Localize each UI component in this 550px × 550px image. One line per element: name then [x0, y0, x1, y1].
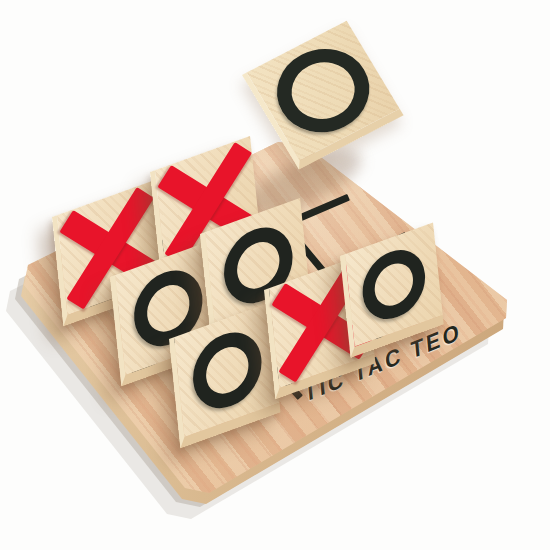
o-piece — [261, 34, 386, 148]
o-piece — [359, 241, 428, 328]
o-piece — [189, 322, 264, 418]
tic-tac-toe-scene: TIC TAC TEO — [0, 0, 550, 550]
